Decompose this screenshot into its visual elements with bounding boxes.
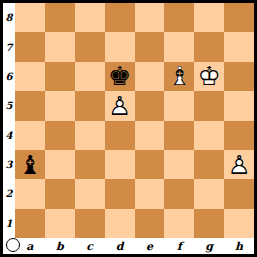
square-b4[interactable] [45,121,75,150]
square-e6[interactable] [135,62,165,91]
square-d4[interactable] [105,121,135,150]
square-g7[interactable] [194,32,224,61]
square-e7[interactable] [135,32,165,61]
square-h4[interactable] [224,121,254,150]
square-h3[interactable]: ♟♙ [224,150,254,179]
file-label-d: d [105,238,135,254]
file-label-f: f [164,238,194,254]
square-d8[interactable] [105,3,135,32]
square-g5[interactable] [194,91,224,120]
rank-label-4: 4 [3,121,15,150]
square-f8[interactable] [164,3,194,32]
rank-label-2: 2 [3,179,15,208]
white-pawn[interactable]: ♟♙ [108,93,131,119]
white-pawn-outline: ♙ [227,150,250,180]
file-labels: abcdefgh [15,238,254,254]
rank-label-8: 8 [3,3,15,32]
square-h5[interactable] [224,91,254,120]
white-pawn-outline: ♙ [108,91,131,121]
white-bishop-outline: ♗ [168,61,191,91]
square-b8[interactable] [45,3,75,32]
rank-label-1: 1 [3,209,15,238]
square-f1[interactable] [164,209,194,238]
rank-label-7: 7 [3,32,15,61]
square-b1[interactable] [45,209,75,238]
square-b3[interactable] [45,150,75,179]
square-e5[interactable] [135,91,165,120]
file-label-b: b [45,238,75,254]
file-label-c: c [75,238,105,254]
square-a1[interactable] [15,209,45,238]
rank-labels: 87654321 [3,3,15,238]
square-h1[interactable] [224,209,254,238]
square-d2[interactable] [105,179,135,208]
black-bishop[interactable]: ♝ [18,152,41,178]
square-d3[interactable] [105,150,135,179]
white-bishop[interactable]: ♝♗ [168,63,191,89]
square-a8[interactable] [15,3,45,32]
square-c5[interactable] [75,91,105,120]
square-e8[interactable] [135,3,165,32]
square-d5[interactable]: ♟♙ [105,91,135,120]
file-label-e: e [135,238,165,254]
square-b2[interactable] [45,179,75,208]
file-label-h: h [224,238,254,254]
square-c1[interactable] [75,209,105,238]
square-c6[interactable] [75,62,105,91]
square-d1[interactable] [105,209,135,238]
square-h2[interactable] [224,179,254,208]
square-f3[interactable] [164,150,194,179]
square-a5[interactable] [15,91,45,120]
chess-board: ♚♝♗♚♔♟♙♝♟♙ [15,3,254,238]
square-f4[interactable] [164,121,194,150]
square-g8[interactable] [194,3,224,32]
square-b6[interactable] [45,62,75,91]
square-b5[interactable] [45,91,75,120]
black-king[interactable]: ♚ [108,63,131,89]
square-a2[interactable] [15,179,45,208]
white-pawn[interactable]: ♟♙ [227,152,250,178]
square-c8[interactable] [75,3,105,32]
square-b7[interactable] [45,32,75,61]
square-e1[interactable] [135,209,165,238]
chess-diagram: 87654321 ♚♝♗♚♔♟♙♝♟♙ abcdefgh [0,0,257,257]
square-d6[interactable]: ♚ [105,62,135,91]
square-h8[interactable] [224,3,254,32]
rank-label-6: 6 [3,62,15,91]
square-f5[interactable] [164,91,194,120]
square-e2[interactable] [135,179,165,208]
square-c3[interactable] [75,150,105,179]
square-a4[interactable] [15,121,45,150]
square-d7[interactable] [105,32,135,61]
square-h7[interactable] [224,32,254,61]
square-g4[interactable] [194,121,224,150]
square-g6[interactable]: ♚♔ [194,62,224,91]
white-king[interactable]: ♚♔ [198,63,221,89]
side-to-move-indicator [6,238,20,252]
square-f2[interactable] [164,179,194,208]
square-e3[interactable] [135,150,165,179]
square-h6[interactable] [224,62,254,91]
square-f6[interactable]: ♝♗ [164,62,194,91]
square-c4[interactable] [75,121,105,150]
file-label-g: g [194,238,224,254]
square-a3[interactable]: ♝ [15,150,45,179]
square-e4[interactable] [135,121,165,150]
rank-label-5: 5 [3,91,15,120]
square-a6[interactable] [15,62,45,91]
square-c7[interactable] [75,32,105,61]
square-g1[interactable] [194,209,224,238]
square-g3[interactable] [194,150,224,179]
rank-label-3: 3 [3,150,15,179]
square-g2[interactable] [194,179,224,208]
square-a7[interactable] [15,32,45,61]
square-c2[interactable] [75,179,105,208]
square-f7[interactable] [164,32,194,61]
white-king-outline: ♔ [198,61,221,91]
